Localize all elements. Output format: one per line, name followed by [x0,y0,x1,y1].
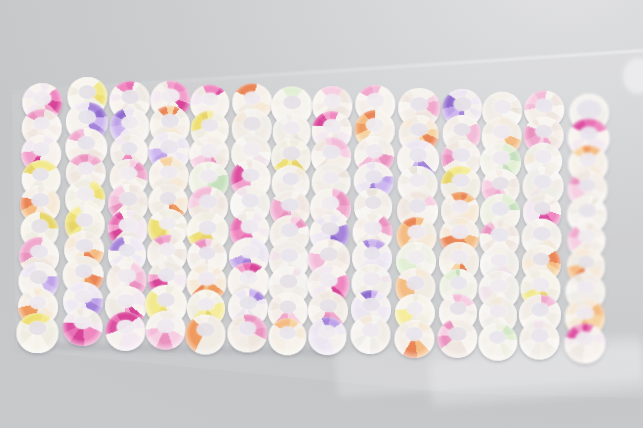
gem-top-facet [119,218,137,232]
gem-top-facet [323,119,341,133]
gem-top-facet [161,89,179,103]
gem-top-facet [243,117,261,131]
gem [63,307,103,346]
gem-top-facet [491,227,509,241]
gem-top-facet [196,322,214,336]
gem-top-facet [324,94,342,108]
gem-top-facet [410,122,428,136]
gem-top-facet [31,193,49,207]
gem-top-facet [579,178,597,192]
gem-top-facet [533,226,551,240]
gem-top-facet [29,296,47,310]
gem [394,319,434,358]
gem-top-facet [452,173,470,187]
gem-top-facet [160,165,178,179]
gem-top-facet [363,272,381,286]
gem-top-facet [366,118,384,132]
gem-top-facet [364,221,382,235]
gem-top-facet [493,99,511,113]
gem-top-facet [117,320,135,334]
gem-top-facet [118,269,136,283]
gem-top-facet [451,224,469,238]
gem-top-facet [241,219,259,233]
gem-top-facet [408,199,426,213]
gem-top-facet [407,250,425,264]
gem-top-facet [365,144,383,158]
gem-top-facet [280,249,298,263]
gem-top-facet [239,322,257,336]
gem-top-facet [282,146,300,160]
gem-top-facet [531,277,549,291]
gem-top-facet [321,222,339,236]
gem-top-facet [406,276,424,290]
gem [563,323,605,364]
gem [308,317,348,355]
gem-top-facet [30,244,48,258]
gem-top-facet [240,245,258,259]
gem-top-facet [578,204,596,218]
gem-top-facet [493,125,511,139]
gem-top-facet [449,327,467,341]
gem-top-facet [75,239,93,253]
rhinestone-sheet-photo [0,0,643,428]
gem-top-facet [530,329,548,343]
gem-top-facet [33,91,51,105]
gem-top-facet [157,319,175,333]
gem [268,318,307,356]
gem-top-facet [406,327,424,341]
gem-top-facet [199,195,217,209]
gem-top-facet [452,148,470,162]
gem-top-facet [408,225,426,239]
gem-top-facet [29,270,47,284]
gem-top-facet [365,170,383,184]
gem-top-facet [575,331,593,345]
gem-top-facet [76,187,94,201]
gem [105,312,146,352]
gem-top-facet [241,194,259,208]
gem-top-facet [200,169,218,183]
gem [16,312,58,353]
gem [519,320,560,360]
gem-top-facet [283,121,300,134]
gem-top-facet [366,93,384,107]
gem [145,311,186,351]
gem-top-facet [242,168,260,182]
gem-top-facet [281,223,299,237]
gem-top-facet [409,174,427,188]
gem-top-facet [362,297,380,311]
gem [477,322,517,361]
gem-top-facet [450,250,468,264]
gem-top-facet [489,278,507,292]
gem-top-facet [576,280,594,294]
gem-top-facet [281,198,299,212]
gem-top-facet [491,202,509,216]
gem [185,314,227,355]
gem-top-facet [74,290,92,304]
gem [227,314,267,353]
gem-top-facet [576,306,594,320]
gem-top-facet [362,323,380,337]
gem-top-facet [159,191,177,205]
gem-top-facet [319,299,337,313]
gem-top-facet [76,213,94,227]
gem-top-facet [453,97,471,111]
gem-top-facet [33,117,51,131]
gem-top-facet [242,142,260,156]
gem-grid [0,0,643,428]
gem-top-facet [119,192,137,206]
gem-top-facet [161,114,179,128]
gem-top-facet [239,296,257,310]
gem-top-facet [159,217,177,231]
gem-top-facet [198,272,216,286]
gem [437,319,478,359]
gem-top-facet [322,145,340,159]
gem [350,315,391,355]
